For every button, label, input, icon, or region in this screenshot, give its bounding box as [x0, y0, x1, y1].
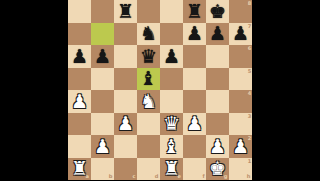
square-d5[interactable]: ♝ — [137, 68, 160, 91]
square-f8[interactable]: ♜ — [183, 0, 206, 23]
square-d1[interactable]: d — [137, 158, 160, 181]
black-pawn: ♟ — [71, 47, 88, 66]
square-b6[interactable]: ♟ — [91, 45, 114, 68]
black-pawn: ♟ — [163, 47, 180, 66]
square-d2[interactable] — [137, 135, 160, 158]
square-e4[interactable] — [160, 90, 183, 113]
file-label-f: f — [202, 174, 204, 179]
square-g1[interactable]: ♚g — [206, 158, 229, 181]
black-bishop: ♝ — [140, 69, 157, 88]
black-pawn: ♟ — [232, 24, 249, 43]
square-f5[interactable] — [183, 68, 206, 91]
square-e3[interactable]: ♛ — [160, 113, 183, 136]
black-knight: ♞ — [140, 24, 157, 43]
file-label-a: a — [86, 174, 89, 179]
square-h1[interactable]: 1h — [229, 158, 252, 181]
square-b4[interactable] — [91, 90, 114, 113]
square-g4[interactable] — [206, 90, 229, 113]
file-label-h: h — [247, 174, 251, 179]
white-bishop: ♝ — [163, 137, 180, 156]
square-f3[interactable]: ♟ — [183, 113, 206, 136]
square-e7[interactable] — [160, 23, 183, 46]
square-b2[interactable]: ♟ — [91, 135, 114, 158]
square-h2[interactable]: ♟2 — [229, 135, 252, 158]
square-h4[interactable]: 4 — [229, 90, 252, 113]
black-queen: ♛ — [140, 47, 157, 66]
square-g8[interactable]: ♚ — [206, 0, 229, 23]
file-label-g: g — [224, 174, 228, 179]
square-e5[interactable] — [160, 68, 183, 91]
rank-label-1: 1 — [247, 159, 251, 164]
square-a2[interactable] — [68, 135, 91, 158]
square-b3[interactable] — [91, 113, 114, 136]
white-knight: ♞ — [140, 92, 157, 111]
square-c2[interactable] — [114, 135, 137, 158]
black-king: ♚ — [209, 2, 226, 21]
white-king: ♚ — [209, 159, 226, 178]
square-g2[interactable]: ♟ — [206, 135, 229, 158]
square-d8[interactable] — [137, 0, 160, 23]
square-g5[interactable] — [206, 68, 229, 91]
square-a4[interactable]: ♟ — [68, 90, 91, 113]
square-a8[interactable] — [68, 0, 91, 23]
square-f1[interactable]: f — [183, 158, 206, 181]
rank-label-7: 7 — [247, 24, 251, 29]
rank-label-3: 3 — [247, 114, 251, 119]
square-g6[interactable] — [206, 45, 229, 68]
square-h8[interactable]: 8 — [229, 0, 252, 23]
file-label-b: b — [109, 174, 113, 179]
square-e1[interactable]: ♜e — [160, 158, 183, 181]
square-f7[interactable]: ♟ — [183, 23, 206, 46]
white-pawn: ♟ — [209, 137, 226, 156]
white-rook: ♜ — [71, 159, 88, 178]
square-c6[interactable] — [114, 45, 137, 68]
square-b8[interactable] — [91, 0, 114, 23]
square-h3[interactable]: 3 — [229, 113, 252, 136]
rank-label-6: 6 — [247, 46, 251, 51]
square-a5[interactable] — [68, 68, 91, 91]
file-label-d: d — [155, 174, 159, 179]
square-d3[interactable] — [137, 113, 160, 136]
square-d4[interactable]: ♞ — [137, 90, 160, 113]
square-a1[interactable]: ♜a — [68, 158, 91, 181]
square-b5[interactable] — [91, 68, 114, 91]
square-c7[interactable] — [114, 23, 137, 46]
square-g3[interactable] — [206, 113, 229, 136]
rank-label-8: 8 — [247, 1, 251, 6]
square-a3[interactable] — [68, 113, 91, 136]
square-e2[interactable]: ♝ — [160, 135, 183, 158]
black-pawn: ♟ — [209, 24, 226, 43]
white-queen: ♛ — [163, 114, 180, 133]
square-c5[interactable] — [114, 68, 137, 91]
square-f4[interactable] — [183, 90, 206, 113]
black-rook: ♜ — [117, 2, 134, 21]
square-e6[interactable]: ♟ — [160, 45, 183, 68]
square-e8[interactable] — [160, 0, 183, 23]
square-h6[interactable]: 6 — [229, 45, 252, 68]
square-a6[interactable]: ♟ — [68, 45, 91, 68]
square-g7[interactable]: ♟ — [206, 23, 229, 46]
white-pawn: ♟ — [186, 114, 203, 133]
square-b7[interactable] — [91, 23, 114, 46]
white-pawn: ♟ — [117, 114, 134, 133]
chess-board: ♜♜♚8♞♟♟♟7♟♟♛♟6♝5♟♞4♟♛♟3♟♝♟♟2♜abcd♜ef♚g1h — [68, 0, 252, 180]
rank-label-5: 5 — [247, 69, 251, 74]
square-c4[interactable] — [114, 90, 137, 113]
square-c1[interactable]: c — [114, 158, 137, 181]
square-f6[interactable] — [183, 45, 206, 68]
white-rook: ♜ — [163, 159, 180, 178]
white-pawn: ♟ — [94, 137, 111, 156]
square-d7[interactable]: ♞ — [137, 23, 160, 46]
square-a7[interactable] — [68, 23, 91, 46]
square-c8[interactable]: ♜ — [114, 0, 137, 23]
letterbox-background: ♜♜♚8♞♟♟♟7♟♟♛♟6♝5♟♞4♟♛♟3♟♝♟♟2♜abcd♜ef♚g1h — [0, 0, 320, 180]
square-f2[interactable] — [183, 135, 206, 158]
rank-label-4: 4 — [247, 91, 251, 96]
file-label-e: e — [178, 174, 181, 179]
black-rook: ♜ — [186, 2, 203, 21]
square-c3[interactable]: ♟ — [114, 113, 137, 136]
square-b1[interactable]: b — [91, 158, 114, 181]
square-h7[interactable]: ♟7 — [229, 23, 252, 46]
square-d6[interactable]: ♛ — [137, 45, 160, 68]
rank-label-2: 2 — [247, 136, 251, 141]
white-pawn: ♟ — [71, 92, 88, 111]
black-pawn: ♟ — [186, 24, 203, 43]
black-pawn: ♟ — [94, 47, 111, 66]
file-label-c: c — [132, 174, 135, 179]
square-h5[interactable]: 5 — [229, 68, 252, 91]
white-pawn: ♟ — [232, 137, 249, 156]
